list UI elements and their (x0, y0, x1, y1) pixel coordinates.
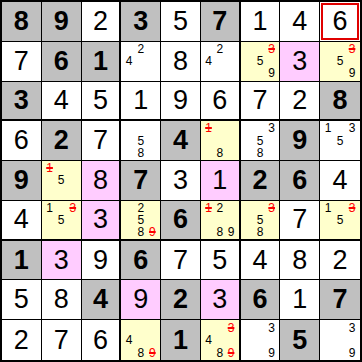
candidate-grid: 24 (201, 42, 239, 81)
empty-candidate-slot (214, 135, 225, 147)
candidate-3: 3 (346, 321, 358, 334)
empty-candidate-slot (254, 334, 266, 347)
candidate-1: 1 (322, 122, 334, 134)
eliminated-candidate-1: 1 (203, 202, 214, 214)
empty-candidate-slot (123, 202, 135, 214)
given-digit: 9 (292, 127, 307, 154)
empty-candidate-slot (225, 214, 236, 226)
empty-candidate-slot (214, 122, 225, 134)
solved-digit: 4 (253, 247, 268, 274)
candidate-grid: 58 (121, 121, 160, 160)
cell-r7c7[interactable]: 4 (241, 241, 281, 281)
cell-r9c1[interactable]: 2 (2, 320, 42, 360)
eliminated-candidate-9: 9 (147, 346, 159, 359)
empty-candidate-slot (135, 67, 147, 79)
empty-candidate-slot (254, 346, 266, 359)
empty-candidate-slot (214, 321, 225, 334)
empty-candidate-slot (123, 226, 135, 238)
solved-digit: 6 (93, 327, 108, 354)
eliminated-candidate-3: 3 (266, 43, 278, 55)
given-digit: 7 (212, 8, 227, 35)
candidate-5: 5 (55, 174, 67, 186)
eliminated-candidate-1: 1 (203, 122, 214, 134)
candidate-1: 1 (322, 202, 334, 214)
cell-r6c4[interactable]: 2589 (121, 201, 161, 241)
empty-candidate-slot (225, 43, 236, 55)
cell-r8c3[interactable]: 4 (82, 280, 122, 320)
empty-candidate-slot (44, 174, 56, 186)
empty-candidate-slot (203, 321, 214, 334)
solved-digit: 8 (54, 286, 69, 313)
empty-candidate-slot (67, 214, 79, 226)
cell-r9c6[interactable]: 3489 (201, 320, 241, 360)
empty-candidate-slot (243, 226, 255, 238)
cell-r3c1[interactable]: 3 (2, 82, 42, 122)
empty-candidate-slot (203, 147, 214, 159)
candidate-grid: 3489 (201, 320, 239, 360)
candidate-grid: 15 (42, 161, 81, 200)
empty-candidate-slot (214, 214, 225, 226)
candidate-grid: 135 (42, 201, 81, 239)
candidate-9: 9 (266, 67, 278, 79)
eliminated-candidate-3: 3 (67, 202, 79, 214)
cell-r9c2[interactable]: 7 (42, 320, 82, 360)
given-digit: 8 (14, 8, 29, 35)
empty-candidate-slot (55, 226, 67, 238)
solved-digit: 5 (93, 87, 108, 114)
given-digit: 1 (173, 327, 188, 354)
cell-r2c3[interactable]: 1 (82, 42, 122, 82)
solved-digit: 6 (14, 127, 29, 154)
empty-candidate-slot (147, 122, 159, 134)
selected-cell-r1c9[interactable]: 6 (320, 2, 360, 42)
solved-digit: 2 (93, 8, 108, 35)
cell-r8c9[interactable]: 7 (320, 280, 360, 320)
empty-candidate-slot (203, 226, 214, 238)
cell-r3c6[interactable]: 6 (201, 82, 241, 122)
candidate-grid: 359 (241, 42, 280, 81)
candidate-grid: 135 (320, 121, 360, 160)
candidate-1: 1 (44, 202, 56, 214)
empty-candidate-slot (334, 334, 346, 347)
empty-candidate-slot (322, 214, 334, 226)
given-digit: 5 (292, 327, 307, 354)
given-digit: 4 (93, 286, 108, 313)
empty-candidate-slot (266, 334, 278, 347)
candidate-8: 8 (214, 346, 225, 359)
candidate-8: 8 (214, 226, 225, 238)
candidate-3: 3 (266, 321, 278, 334)
cell-r1c4[interactable]: 3 (121, 2, 161, 42)
empty-candidate-slot (147, 43, 159, 55)
solved-digit: 2 (14, 327, 29, 354)
given-digit: 1 (14, 247, 29, 274)
empty-candidate-slot (147, 147, 159, 159)
cell-r7c1[interactable]: 1 (2, 241, 42, 281)
cell-r2c6[interactable]: 24 (201, 42, 241, 82)
given-digit: 2 (253, 167, 268, 194)
candidate-2: 2 (214, 43, 225, 55)
solved-digit: 7 (14, 48, 29, 75)
empty-candidate-slot (214, 334, 225, 347)
solved-digit: 9 (173, 87, 188, 114)
empty-candidate-slot (225, 55, 236, 67)
eliminated-candidate-1: 1 (44, 162, 56, 174)
cell-r8c1[interactable]: 5 (2, 280, 42, 320)
empty-candidate-slot (243, 202, 255, 214)
empty-candidate-slot (225, 122, 236, 134)
cell-r6c2[interactable]: 135 (42, 201, 82, 241)
solved-digit: 7 (253, 87, 268, 114)
given-digit: 7 (333, 286, 348, 313)
cell-r4c9[interactable]: 135 (320, 121, 360, 161)
empty-candidate-slot (203, 346, 214, 359)
empty-candidate-slot (254, 321, 266, 334)
empty-candidate-slot (147, 334, 159, 347)
cell-r1c5[interactable]: 5 (161, 2, 201, 42)
cell-r4c8[interactable]: 9 (280, 121, 320, 161)
candidate-grid: 18 (201, 121, 239, 160)
empty-candidate-slot (254, 67, 266, 79)
candidate-5: 5 (334, 135, 346, 147)
cell-r1c7[interactable]: 1 (241, 2, 281, 42)
candidate-4: 4 (123, 55, 135, 67)
solved-digit: 1 (212, 167, 227, 194)
candidate-8: 8 (254, 226, 266, 238)
empty-candidate-slot (322, 334, 334, 347)
given-digit: 7 (133, 167, 148, 194)
cell-r8c6[interactable]: 3 (201, 280, 241, 320)
candidate-5: 5 (334, 214, 346, 226)
cell-r9c7[interactable]: 39 (241, 320, 281, 360)
eliminated-candidate-3: 3 (346, 43, 358, 55)
given-digit: 4 (173, 127, 188, 154)
empty-candidate-slot (135, 122, 147, 134)
cell-r6c1[interactable]: 4 (2, 201, 42, 241)
cell-r3c2[interactable]: 4 (42, 82, 82, 122)
empty-candidate-slot (322, 43, 334, 55)
cell-r3c7[interactable]: 7 (241, 82, 281, 122)
sudoku-board: 8923571467612482435933593451967286275841… (0, 0, 362, 362)
empty-candidate-slot (322, 135, 334, 147)
given-digit: 8 (333, 87, 348, 114)
given-digit: 6 (253, 286, 268, 313)
solved-digit: 6 (333, 8, 348, 35)
cell-r8c8[interactable]: 1 (280, 280, 320, 320)
candidate-grid: 24 (121, 42, 160, 81)
cell-r3c4[interactable]: 1 (121, 82, 161, 122)
empty-candidate-slot (346, 135, 358, 147)
empty-candidate-slot (147, 135, 159, 147)
solved-digit: 1 (133, 87, 148, 114)
empty-candidate-slot (55, 187, 67, 199)
candidate-3: 3 (346, 122, 358, 134)
empty-candidate-slot (123, 321, 135, 334)
empty-candidate-slot (322, 147, 334, 159)
empty-candidate-slot (243, 55, 255, 67)
empty-candidate-slot (243, 122, 255, 134)
cell-r9c3[interactable]: 6 (82, 320, 122, 360)
cell-r5c5[interactable]: 3 (161, 161, 201, 201)
solved-digit: 7 (173, 247, 188, 274)
empty-candidate-slot (135, 321, 147, 334)
empty-candidate-slot (334, 321, 346, 334)
cell-r5c8[interactable]: 6 (280, 161, 320, 201)
given-digit: 1 (93, 48, 108, 75)
cell-r4c1[interactable]: 6 (2, 121, 42, 161)
empty-candidate-slot (214, 67, 225, 79)
cell-r3c8[interactable]: 2 (280, 82, 320, 122)
solved-digit: 5 (173, 8, 188, 35)
candidate-9: 9 (266, 346, 278, 359)
cell-r5c7[interactable]: 2 (241, 161, 281, 201)
empty-candidate-slot (203, 214, 214, 226)
cell-r4c7[interactable]: 358 (241, 121, 281, 161)
solved-digit: 3 (212, 286, 227, 313)
cell-r1c8[interactable]: 4 (280, 2, 320, 42)
empty-candidate-slot (334, 122, 346, 134)
candidate-grid: 358 (241, 121, 280, 160)
cell-r8c2[interactable]: 8 (42, 280, 82, 320)
cell-r4c6[interactable]: 18 (201, 121, 241, 161)
solved-digit: 7 (54, 327, 69, 354)
empty-candidate-slot (225, 67, 236, 79)
candidate-8: 8 (214, 147, 225, 159)
given-digit: 6 (54, 48, 69, 75)
cell-r9c8[interactable]: 5 (280, 320, 320, 360)
candidate-2: 2 (214, 202, 225, 214)
empty-candidate-slot (44, 187, 56, 199)
candidate-9: 9 (225, 226, 236, 238)
cell-r7c6[interactable]: 5 (201, 241, 241, 281)
empty-candidate-slot (334, 147, 346, 159)
empty-candidate-slot (123, 214, 135, 226)
eliminated-candidate-9: 9 (147, 226, 159, 238)
empty-candidate-slot (254, 122, 266, 134)
cell-r3c5[interactable]: 9 (161, 82, 201, 122)
cell-r4c4[interactable]: 58 (121, 121, 161, 161)
given-digit: 3 (14, 87, 29, 114)
candidate-4: 4 (123, 334, 135, 347)
cell-r5c9[interactable]: 4 (320, 161, 360, 201)
cell-r2c2[interactable]: 6 (42, 42, 82, 82)
cell-r1c3[interactable]: 2 (82, 2, 122, 42)
given-digit: 6 (133, 247, 148, 274)
candidate-grid: 2589 (121, 201, 160, 239)
solved-digit: 9 (133, 286, 148, 313)
solved-digit: 9 (93, 247, 108, 274)
cell-r5c3[interactable]: 8 (82, 161, 122, 201)
solved-digit: 7 (93, 127, 108, 154)
cell-r6c3[interactable]: 3 (82, 201, 122, 241)
empty-candidate-slot (243, 147, 255, 159)
cell-r6c6[interactable]: 1289 (201, 201, 241, 241)
empty-candidate-slot (243, 43, 255, 55)
empty-candidate-slot (243, 214, 255, 226)
candidate-5: 5 (55, 214, 67, 226)
empty-candidate-slot (203, 67, 214, 79)
cell-r9c4[interactable]: 489 (121, 320, 161, 360)
cell-r5c2[interactable]: 15 (42, 161, 82, 201)
cell-r7c8[interactable]: 8 (280, 241, 320, 281)
eliminated-candidate-3: 3 (225, 321, 236, 334)
solved-digit: 3 (54, 247, 69, 274)
solved-digit: 2 (292, 87, 307, 114)
cell-r7c3[interactable]: 9 (82, 241, 122, 281)
cell-r4c3[interactable]: 7 (82, 121, 122, 161)
empty-candidate-slot (123, 346, 135, 359)
cell-r6c5[interactable]: 6 (161, 201, 201, 241)
given-digit: 9 (14, 167, 29, 194)
solved-digit: 8 (292, 247, 307, 274)
candidate-2: 2 (135, 43, 147, 55)
given-digit: 9 (54, 8, 69, 35)
empty-candidate-slot (334, 226, 346, 238)
candidate-grid: 39 (241, 320, 280, 360)
cell-r7c2[interactable]: 3 (42, 241, 82, 281)
cell-r8c4[interactable]: 9 (121, 280, 161, 320)
solved-digit: 1 (253, 8, 268, 35)
solved-digit: 1 (292, 286, 307, 313)
solved-digit: 3 (93, 206, 108, 233)
empty-candidate-slot (123, 147, 135, 159)
cell-r1c1[interactable]: 8 (2, 2, 42, 42)
cell-r8c5[interactable]: 2 (161, 280, 201, 320)
cell-r6c9[interactable]: 135 (320, 201, 360, 241)
candidate-grid: 135 (320, 201, 360, 239)
empty-candidate-slot (266, 147, 278, 159)
empty-candidate-slot (322, 321, 334, 334)
cell-r7c5[interactable]: 7 (161, 241, 201, 281)
candidate-3: 3 (266, 122, 278, 134)
cell-r2c5[interactable]: 8 (161, 42, 201, 82)
empty-candidate-slot (322, 55, 334, 67)
empty-candidate-slot (225, 202, 236, 214)
eliminated-candidate-3: 3 (346, 202, 358, 214)
cell-r5c6[interactable]: 1 (201, 161, 241, 201)
candidate-grid: 358 (241, 201, 280, 239)
empty-candidate-slot (225, 334, 236, 347)
candidate-grid: 1289 (201, 201, 239, 239)
cell-r5c1[interactable]: 9 (2, 161, 42, 201)
empty-candidate-slot (322, 67, 334, 79)
cell-r2c1[interactable]: 7 (2, 42, 42, 82)
given-digit: 6 (292, 167, 307, 194)
cell-r4c2[interactable]: 2 (42, 121, 82, 161)
empty-candidate-slot (123, 67, 135, 79)
candidate-8: 8 (135, 346, 147, 359)
empty-candidate-slot (266, 214, 278, 226)
empty-candidate-slot (243, 135, 255, 147)
candidate-grid: 39 (320, 320, 360, 360)
eliminated-candidate-3: 3 (266, 202, 278, 214)
empty-candidate-slot (67, 226, 79, 238)
empty-candidate-slot (243, 321, 255, 334)
cell-r3c3[interactable]: 5 (82, 82, 122, 122)
cell-r2c4[interactable]: 24 (121, 42, 161, 82)
solved-digit: 8 (173, 48, 188, 75)
cell-r2c7[interactable]: 359 (241, 42, 281, 82)
candidate-4: 4 (203, 55, 214, 67)
given-digit: 6 (173, 206, 188, 233)
empty-candidate-slot (243, 334, 255, 347)
empty-candidate-slot (225, 135, 236, 147)
cell-r9c9[interactable]: 39 (320, 320, 360, 360)
empty-candidate-slot (346, 226, 358, 238)
empty-candidate-slot (147, 55, 159, 67)
solved-digit: 5 (212, 247, 227, 274)
candidate-8: 8 (254, 147, 266, 159)
empty-candidate-slot (44, 226, 56, 238)
solved-digit: 4 (14, 206, 29, 233)
given-digit: 2 (173, 286, 188, 313)
candidate-5: 5 (334, 55, 346, 67)
candidate-5: 5 (254, 135, 266, 147)
eliminated-candidate-9: 9 (225, 346, 236, 359)
cell-r8c7[interactable]: 6 (241, 280, 281, 320)
candidate-9: 9 (346, 346, 358, 359)
empty-candidate-slot (334, 346, 346, 359)
empty-candidate-slot (44, 214, 56, 226)
empty-candidate-slot (266, 135, 278, 147)
empty-candidate-slot (243, 346, 255, 359)
empty-candidate-slot (322, 226, 334, 238)
cell-r6c8[interactable]: 7 (280, 201, 320, 241)
cell-r7c4[interactable]: 6 (121, 241, 161, 281)
cell-r9c5[interactable]: 1 (161, 320, 201, 360)
empty-candidate-slot (346, 334, 358, 347)
solved-digit: 5 (14, 286, 29, 313)
cell-r1c6[interactable]: 7 (201, 2, 241, 42)
empty-candidate-slot (266, 226, 278, 238)
empty-candidate-slot (147, 321, 159, 334)
given-digit: 3 (133, 8, 148, 35)
solved-digit: 2 (333, 247, 348, 274)
candidate-4: 4 (203, 334, 214, 347)
empty-candidate-slot (334, 67, 346, 79)
empty-candidate-slot (322, 346, 334, 359)
solved-digit: 3 (292, 48, 307, 75)
empty-candidate-slot (147, 202, 159, 214)
solved-digit: 4 (54, 87, 69, 114)
empty-candidate-slot (123, 135, 135, 147)
empty-candidate-slot (147, 67, 159, 79)
cell-r2c8[interactable]: 3 (280, 42, 320, 82)
solved-digit: 3 (173, 167, 188, 194)
candidate-8: 8 (135, 147, 147, 159)
cell-r2c9[interactable]: 359 (320, 42, 360, 82)
empty-candidate-slot (203, 135, 214, 147)
empty-candidate-slot (135, 55, 147, 67)
given-digit: 2 (54, 127, 69, 154)
candidate-5: 5 (135, 135, 147, 147)
empty-candidate-slot (67, 187, 79, 199)
cell-r4c5[interactable]: 4 (161, 121, 201, 161)
candidate-grid: 359 (320, 42, 360, 81)
candidate-grid: 489 (121, 320, 160, 360)
empty-candidate-slot (214, 55, 225, 67)
candidate-5: 5 (254, 55, 266, 67)
empty-candidate-slot (67, 162, 79, 174)
cell-r1c2[interactable]: 9 (42, 2, 82, 42)
candidate-8: 8 (135, 226, 147, 238)
cell-r5c4[interactable]: 7 (121, 161, 161, 201)
cell-r3c9[interactable]: 8 (320, 82, 360, 122)
cell-r7c9[interactable]: 2 (320, 241, 360, 281)
solved-digit: 6 (212, 87, 227, 114)
empty-candidate-slot (225, 147, 236, 159)
cell-r6c7[interactable]: 358 (241, 201, 281, 241)
